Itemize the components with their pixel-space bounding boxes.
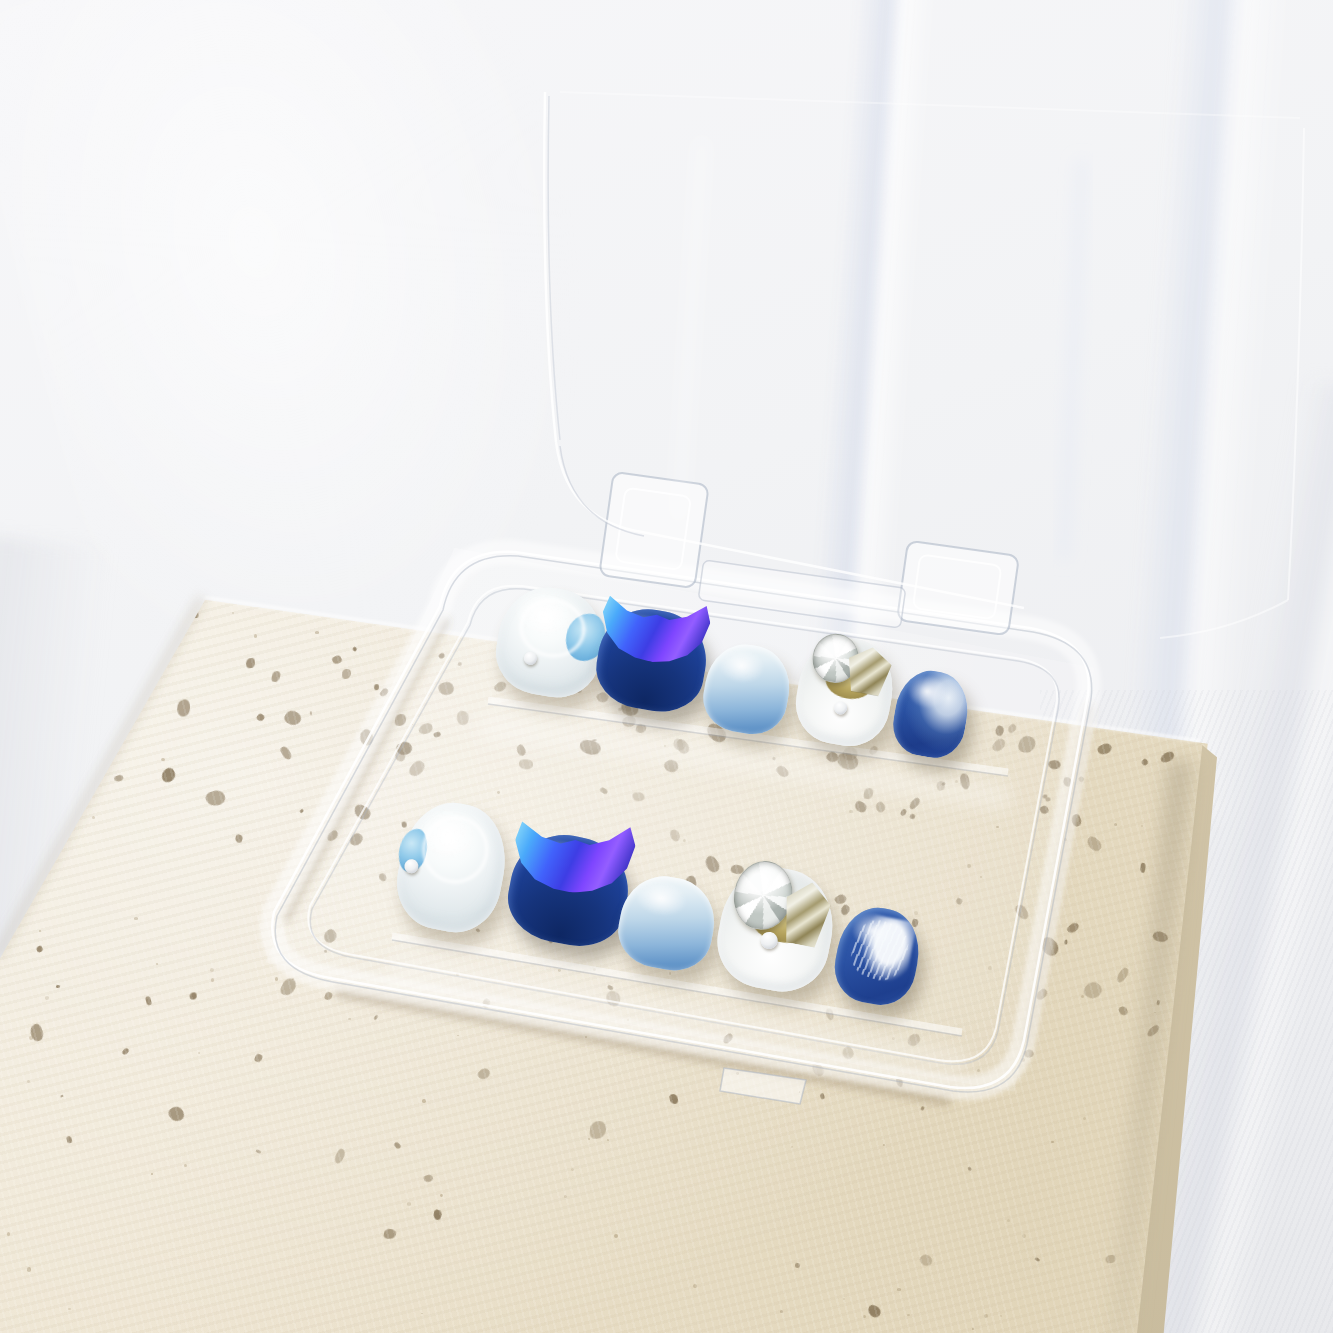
nail-front-2-navy-mermaid-tail <box>501 826 637 955</box>
pearl-accent <box>523 651 538 666</box>
product-photo-scene <box>0 0 1333 1333</box>
nail-back-2-navy-mermaid-tail <box>590 601 714 718</box>
nail-front-1-white-iridescent <box>389 794 516 939</box>
nail-set <box>0 0 1333 1333</box>
nail-front-5-navy-streaked <box>829 901 927 1011</box>
nail-back-3-blue-gradient <box>698 638 796 739</box>
mermaid-tail-charm <box>512 818 636 895</box>
nail-back-4-white-rhinestone <box>789 631 900 753</box>
mermaid-tail-charm <box>598 593 712 668</box>
nail-back-5-navy-marbled <box>888 665 974 762</box>
nail-back-1-white-iridescent <box>489 580 610 704</box>
nail-front-3-blue-gradient <box>612 869 722 977</box>
nail-front-4-white-rhinestone <box>709 858 842 999</box>
pearl-accent <box>833 701 848 716</box>
